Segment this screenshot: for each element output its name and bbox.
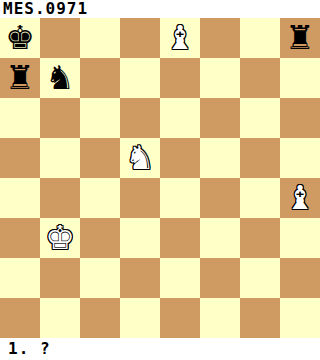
square-h6[interactable] (280, 98, 320, 138)
square-c3[interactable] (80, 218, 120, 258)
square-e7[interactable] (160, 58, 200, 98)
square-f4[interactable] (200, 178, 240, 218)
square-g5[interactable] (240, 138, 280, 178)
square-d4[interactable] (120, 178, 160, 218)
square-f6[interactable] (200, 98, 240, 138)
square-c8[interactable] (80, 18, 120, 58)
square-e2[interactable] (160, 258, 200, 298)
square-c5[interactable] (80, 138, 120, 178)
black-knight[interactable]: ♞ (45, 58, 75, 98)
square-c4[interactable] (80, 178, 120, 218)
square-h8[interactable]: ♜ (280, 18, 320, 58)
square-g8[interactable] (240, 18, 280, 58)
square-a6[interactable] (0, 98, 40, 138)
square-h4[interactable]: ♝ (280, 178, 320, 218)
square-e3[interactable] (160, 218, 200, 258)
square-f5[interactable] (200, 138, 240, 178)
square-h5[interactable] (280, 138, 320, 178)
square-f2[interactable] (200, 258, 240, 298)
square-g2[interactable] (240, 258, 280, 298)
square-c2[interactable] (80, 258, 120, 298)
square-d5[interactable]: ♞ (120, 138, 160, 178)
square-a7[interactable]: ♜ (0, 58, 40, 98)
square-b6[interactable] (40, 98, 80, 138)
square-c1[interactable] (80, 298, 120, 338)
move-prompt: 1. ? (0, 338, 320, 360)
square-e1[interactable] (160, 298, 200, 338)
square-g7[interactable] (240, 58, 280, 98)
square-h3[interactable] (280, 218, 320, 258)
square-g4[interactable] (240, 178, 280, 218)
square-d8[interactable] (120, 18, 160, 58)
square-b4[interactable] (40, 178, 80, 218)
square-d6[interactable] (120, 98, 160, 138)
square-a3[interactable] (0, 218, 40, 258)
square-f1[interactable] (200, 298, 240, 338)
square-b7[interactable]: ♞ (40, 58, 80, 98)
white-knight[interactable]: ♞ (125, 138, 155, 178)
square-a4[interactable] (0, 178, 40, 218)
square-d3[interactable] (120, 218, 160, 258)
white-bishop[interactable]: ♝ (285, 178, 315, 218)
square-b2[interactable] (40, 258, 80, 298)
square-f7[interactable] (200, 58, 240, 98)
square-g3[interactable] (240, 218, 280, 258)
square-h2[interactable] (280, 258, 320, 298)
square-d7[interactable] (120, 58, 160, 98)
square-e6[interactable] (160, 98, 200, 138)
square-g1[interactable] (240, 298, 280, 338)
square-e4[interactable] (160, 178, 200, 218)
square-f3[interactable] (200, 218, 240, 258)
black-rook[interactable]: ♜ (285, 18, 315, 58)
puzzle-id: MES.0971 (0, 0, 320, 18)
square-b1[interactable] (40, 298, 80, 338)
square-c6[interactable] (80, 98, 120, 138)
square-a5[interactable] (0, 138, 40, 178)
square-d2[interactable] (120, 258, 160, 298)
square-b5[interactable] (40, 138, 80, 178)
square-a1[interactable] (0, 298, 40, 338)
white-bishop[interactable]: ♝ (165, 18, 195, 58)
square-e8[interactable]: ♝ (160, 18, 200, 58)
square-b3[interactable]: ♚ (40, 218, 80, 258)
black-rook[interactable]: ♜ (5, 58, 35, 98)
square-g6[interactable] (240, 98, 280, 138)
square-h7[interactable] (280, 58, 320, 98)
white-king[interactable]: ♚ (45, 218, 75, 258)
square-e5[interactable] (160, 138, 200, 178)
square-c7[interactable] (80, 58, 120, 98)
black-king[interactable]: ♚ (5, 18, 35, 58)
square-b8[interactable] (40, 18, 80, 58)
square-a8[interactable]: ♚ (0, 18, 40, 58)
square-f8[interactable] (200, 18, 240, 58)
chess-app-window: MES.0971 ♚♝♜♜♞♞♝♚ 1. ? (0, 0, 320, 360)
chess-board: ♚♝♜♜♞♞♝♚ (0, 18, 320, 338)
square-h1[interactable] (280, 298, 320, 338)
square-d1[interactable] (120, 298, 160, 338)
square-a2[interactable] (0, 258, 40, 298)
